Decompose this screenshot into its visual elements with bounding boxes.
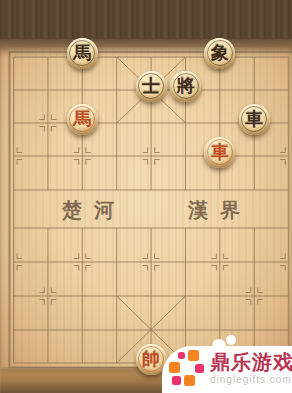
watermark-panel: 鼎乐游戏 dinglegifts.com xyxy=(162,346,292,393)
piece-character: 車 xyxy=(239,104,270,135)
watermark-bubble xyxy=(226,335,236,345)
piece-red-horse[interactable]: 馬 xyxy=(67,104,98,135)
xiangqi-game-screen: 楚河 漢界 馬象士將馬車車帥 鼎乐游戏 dinglegifts.com xyxy=(0,0,292,393)
piece-character: 馬 xyxy=(67,104,98,135)
piece-character: 車 xyxy=(204,137,235,168)
piece-character: 象 xyxy=(204,38,235,69)
piece-character: 士 xyxy=(136,71,167,102)
piece-black-chariot[interactable]: 車 xyxy=(239,104,270,135)
piece-red-chariot[interactable]: 車 xyxy=(204,137,235,168)
piece-character: 將 xyxy=(170,71,201,102)
river-label-chu-he: 楚河 xyxy=(50,197,126,223)
piece-black-general[interactable]: 將 xyxy=(170,71,201,102)
piece-black-advisor[interactable]: 士 xyxy=(136,71,167,102)
piece-black-horse[interactable]: 馬 xyxy=(67,38,98,69)
dinglegifts-logo-icon xyxy=(169,352,207,390)
piece-character: 馬 xyxy=(67,38,98,69)
watermark-domain: dinglegifts.com xyxy=(210,374,292,385)
piece-black-elephant[interactable]: 象 xyxy=(204,38,235,69)
river-label-han-jie: 漢界 xyxy=(176,197,252,223)
watermark-title: 鼎乐游戏 xyxy=(210,349,292,376)
